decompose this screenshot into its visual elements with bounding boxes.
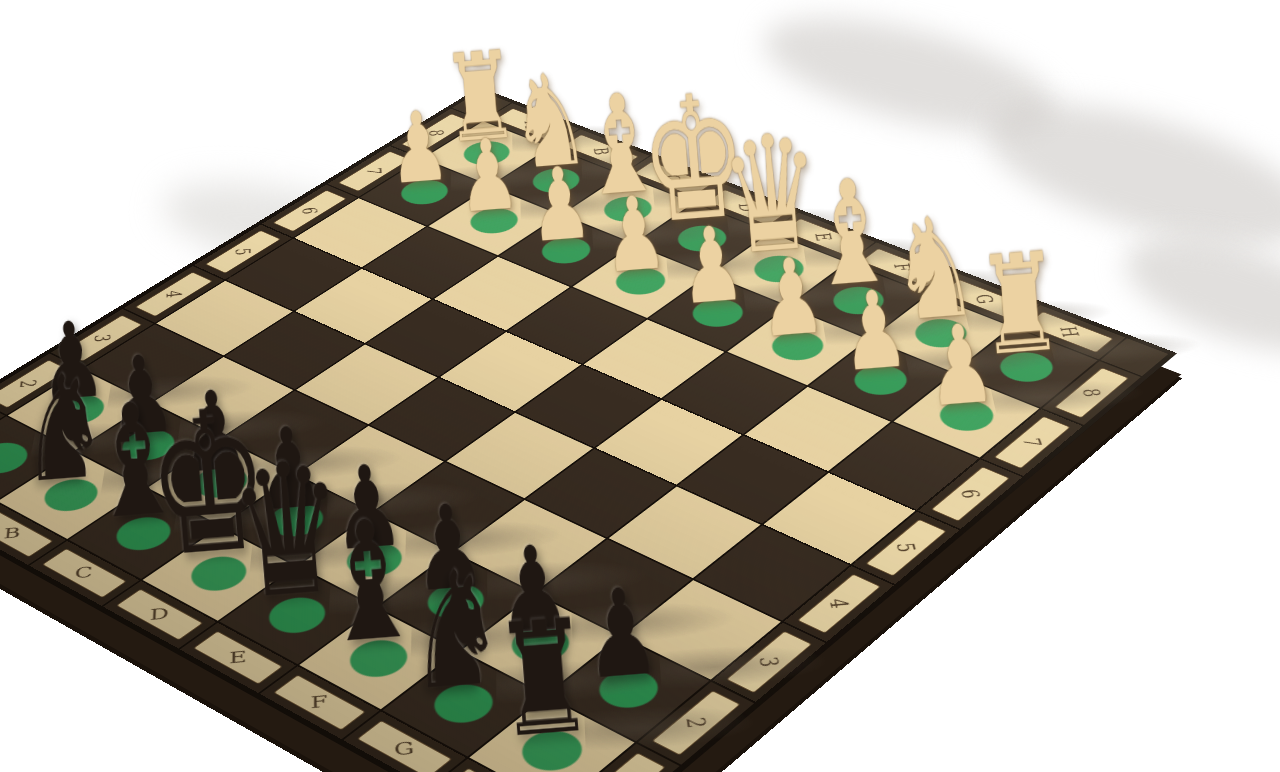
white-pawn: ♟ <box>755 245 827 350</box>
white-pawn: ♟ <box>385 100 452 196</box>
white-pawn: ♟ <box>676 214 747 317</box>
white-pawn: ♟ <box>923 311 998 420</box>
photo-stage: ABCDEFGH8♜♞♝♚♛♝♞♜87♟♟♟♟♟♟♟♟7665544332♟♟♟… <box>0 0 1280 772</box>
white-pawn: ♟ <box>525 155 594 254</box>
piece-shadow <box>659 638 840 692</box>
white-pawn: ♟ <box>454 127 522 225</box>
white-pawn: ♟ <box>837 277 911 384</box>
black-rook: ♜ <box>489 600 598 756</box>
white-pawn: ♟ <box>599 184 669 285</box>
